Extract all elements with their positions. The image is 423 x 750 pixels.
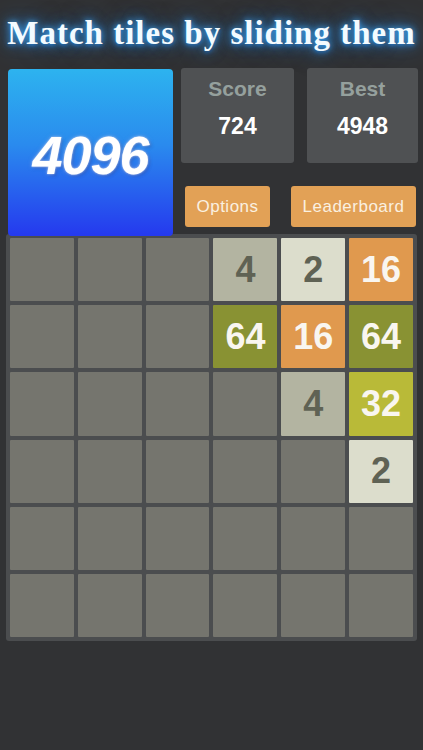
empty-cell xyxy=(78,372,142,435)
empty-cell xyxy=(146,305,210,368)
best-label: Best xyxy=(340,77,386,101)
tile-2: 2 xyxy=(349,440,413,503)
empty-cell xyxy=(349,574,413,637)
empty-cell xyxy=(78,238,142,301)
empty-cell xyxy=(10,507,74,570)
empty-cell xyxy=(78,574,142,637)
empty-cell xyxy=(10,305,74,368)
empty-cell xyxy=(78,507,142,570)
empty-cell xyxy=(281,440,345,503)
empty-cell xyxy=(213,574,277,637)
tile-4: 4 xyxy=(213,238,277,301)
tile-64: 64 xyxy=(213,305,277,368)
score-value: 724 xyxy=(218,113,256,140)
empty-cell xyxy=(78,440,142,503)
empty-cell xyxy=(146,372,210,435)
empty-cell xyxy=(146,238,210,301)
app-logo-text: 4096 xyxy=(32,124,148,186)
tile-16: 16 xyxy=(281,305,345,368)
leaderboard-button[interactable]: Leaderboard xyxy=(291,186,416,227)
best-panel: Best 4948 xyxy=(307,68,418,163)
game-board[interactable]: 42166416644322 xyxy=(6,234,417,641)
empty-cell xyxy=(10,440,74,503)
empty-cell xyxy=(78,305,142,368)
empty-cell xyxy=(281,507,345,570)
empty-cell xyxy=(10,238,74,301)
empty-cell xyxy=(10,574,74,637)
empty-cell xyxy=(146,507,210,570)
tile-2: 2 xyxy=(281,238,345,301)
tile-32: 32 xyxy=(349,372,413,435)
best-value: 4948 xyxy=(337,113,388,140)
tile-64: 64 xyxy=(349,305,413,368)
empty-cell xyxy=(146,574,210,637)
page-title: Match tiles by sliding them xyxy=(0,10,423,56)
score-panel: Score 724 xyxy=(181,68,294,163)
options-button[interactable]: Options xyxy=(185,186,270,227)
empty-cell xyxy=(281,574,345,637)
empty-cell xyxy=(213,372,277,435)
tile-16: 16 xyxy=(349,238,413,301)
tile-4: 4 xyxy=(281,372,345,435)
empty-cell xyxy=(213,440,277,503)
empty-cell xyxy=(146,440,210,503)
empty-cell xyxy=(213,507,277,570)
empty-cell xyxy=(349,507,413,570)
app-logo-tile: 4096 xyxy=(8,69,173,236)
empty-cell xyxy=(10,372,74,435)
score-label: Score xyxy=(208,77,266,101)
